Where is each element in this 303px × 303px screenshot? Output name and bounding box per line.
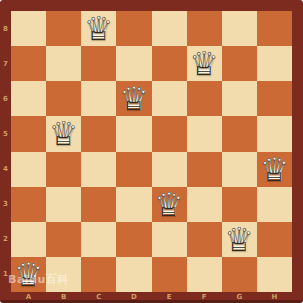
square-g2: ♛♕ <box>222 222 257 257</box>
square-h3 <box>257 187 292 222</box>
square-f2 <box>187 222 222 257</box>
square-c8: ♛♕ <box>81 11 116 46</box>
square-b8 <box>46 11 81 46</box>
square-d3 <box>116 187 151 222</box>
watermark: Baidu百科 <box>8 272 69 287</box>
square-b5: ♛♕ <box>46 116 81 151</box>
square-d8 <box>116 11 151 46</box>
square-a3 <box>11 187 46 222</box>
square-g5 <box>222 116 257 151</box>
piece-white-queen: ♛♕ <box>257 152 292 187</box>
square-c7 <box>81 46 116 81</box>
square-f1 <box>187 257 222 292</box>
square-b3 <box>46 187 81 222</box>
rank-label-4: 4 <box>0 165 11 173</box>
square-g8 <box>222 11 257 46</box>
square-a8 <box>11 11 46 46</box>
piece-white-queen: ♛♕ <box>81 11 116 46</box>
square-e6 <box>152 81 187 116</box>
square-c4 <box>81 152 116 187</box>
square-g3 <box>222 187 257 222</box>
square-c5 <box>81 116 116 151</box>
square-g4 <box>222 152 257 187</box>
square-d1 <box>116 257 151 292</box>
square-a4 <box>11 152 46 187</box>
square-h2 <box>257 222 292 257</box>
square-f6 <box>187 81 222 116</box>
square-f4 <box>187 152 222 187</box>
rank-label-7: 7 <box>0 60 11 68</box>
square-a5 <box>11 116 46 151</box>
square-g6 <box>222 81 257 116</box>
square-c6 <box>81 81 116 116</box>
rank-label-6: 6 <box>0 95 11 103</box>
square-f3 <box>187 187 222 222</box>
square-h5 <box>257 116 292 151</box>
square-e2 <box>152 222 187 257</box>
piece-white-queen: ♛♕ <box>116 81 151 116</box>
square-h8 <box>257 11 292 46</box>
square-e1 <box>152 257 187 292</box>
square-g1 <box>222 257 257 292</box>
square-h6 <box>257 81 292 116</box>
square-h7 <box>257 46 292 81</box>
square-d4 <box>116 152 151 187</box>
square-e4 <box>152 152 187 187</box>
piece-white-queen: ♛♕ <box>46 116 81 151</box>
piece-white-queen: ♛♕ <box>222 222 257 257</box>
square-d2 <box>116 222 151 257</box>
square-h1 <box>257 257 292 292</box>
square-b6 <box>46 81 81 116</box>
piece-white-queen: ♛♕ <box>152 187 187 222</box>
square-d6: ♛♕ <box>116 81 151 116</box>
square-e5 <box>152 116 187 151</box>
square-e3: ♛♕ <box>152 187 187 222</box>
square-b4 <box>46 152 81 187</box>
square-h4: ♛♕ <box>257 152 292 187</box>
square-d5 <box>116 116 151 151</box>
square-a6 <box>11 81 46 116</box>
square-g7 <box>222 46 257 81</box>
square-e7 <box>152 46 187 81</box>
square-c1 <box>81 257 116 292</box>
square-f7: ♛♕ <box>187 46 222 81</box>
square-a7 <box>11 46 46 81</box>
square-d7 <box>116 46 151 81</box>
chess-board: ♛♕♛♕♛♕♛♕♛♕♛♕♛♕♛♕ <box>11 11 292 292</box>
square-e8 <box>152 11 187 46</box>
square-f5 <box>187 116 222 151</box>
square-f8 <box>187 11 222 46</box>
square-c3 <box>81 187 116 222</box>
square-c2 <box>81 222 116 257</box>
chess-diagram: ♛♕♛♕♛♕♛♕♛♕♛♕♛♕♛♕ 87654321 ABCDEFGH Baidu… <box>0 0 303 303</box>
rank-label-3: 3 <box>0 200 11 208</box>
square-a2 <box>11 222 46 257</box>
piece-white-queen: ♛♕ <box>187 46 222 81</box>
rank-label-5: 5 <box>0 130 11 138</box>
rank-label-8: 8 <box>0 25 11 33</box>
square-b2 <box>46 222 81 257</box>
square-b7 <box>46 46 81 81</box>
rank-label-2: 2 <box>0 235 11 243</box>
